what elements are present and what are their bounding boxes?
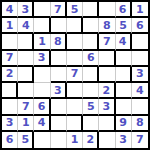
cell-r9c4[interactable]: [51, 132, 67, 148]
cell-r8c3[interactable]: 4: [34, 116, 50, 132]
cell-r9c2[interactable]: 5: [18, 132, 34, 148]
cell-r6c5[interactable]: [67, 83, 83, 99]
cell-r7c5[interactable]: [67, 99, 83, 115]
cell-r5c6[interactable]: [83, 67, 99, 83]
cell-r1c3[interactable]: [34, 2, 50, 18]
cell-r5c2[interactable]: [18, 67, 34, 83]
cell-r6c7[interactable]: 2: [99, 83, 115, 99]
cell-r3c4[interactable]: 8: [51, 34, 67, 50]
cell-r8c7[interactable]: [99, 116, 115, 132]
cell-r5c1[interactable]: 2: [2, 67, 18, 83]
cell-r6c1[interactable]: [2, 83, 18, 99]
cell-r3c6[interactable]: [83, 34, 99, 50]
cell-r1c6[interactable]: [83, 2, 99, 18]
cell-r2c4[interactable]: [51, 18, 67, 34]
cell-r3c8[interactable]: 4: [116, 34, 132, 50]
cell-r6c6[interactable]: [83, 83, 99, 99]
cell-r9c1[interactable]: 6: [2, 132, 18, 148]
cell-r9c9[interactable]: 7: [132, 132, 148, 148]
cell-r9c8[interactable]: 3: [116, 132, 132, 148]
cell-r8c2[interactable]: 1: [18, 116, 34, 132]
cell-r3c7[interactable]: 7: [99, 34, 115, 50]
cell-r4c7[interactable]: [99, 51, 115, 67]
cell-r2c2[interactable]: 4: [18, 18, 34, 34]
cell-r1c4[interactable]: 7: [51, 2, 67, 18]
cell-r1c2[interactable]: 3: [18, 2, 34, 18]
cell-r9c7[interactable]: [99, 132, 115, 148]
cell-r4c5[interactable]: [67, 51, 83, 67]
cell-r5c4[interactable]: [51, 67, 67, 83]
cell-r9c6[interactable]: 2: [83, 132, 99, 148]
cell-r3c5[interactable]: [67, 34, 83, 50]
cell-r1c7[interactable]: [99, 2, 115, 18]
cell-r4c4[interactable]: [51, 51, 67, 67]
cell-r2c6[interactable]: [83, 18, 99, 34]
cell-r5c3[interactable]: [34, 67, 50, 83]
cell-r4c3[interactable]: 3: [34, 51, 50, 67]
cell-r7c8[interactable]: [116, 99, 132, 115]
cell-r4c9[interactable]: [132, 51, 148, 67]
cell-r6c2[interactable]: [18, 83, 34, 99]
cell-r8c1[interactable]: 3: [2, 116, 18, 132]
cell-r5c7[interactable]: [99, 67, 115, 83]
cell-r7c3[interactable]: 6: [34, 99, 50, 115]
cell-r9c3[interactable]: [34, 132, 50, 148]
cell-r7c6[interactable]: 5: [83, 99, 99, 115]
cell-r5c9[interactable]: 3: [132, 67, 148, 83]
cell-r7c1[interactable]: [2, 99, 18, 115]
sudoku-board: 437561148561874736273324765331498651237: [0, 0, 150, 150]
cell-r2c7[interactable]: 8: [99, 18, 115, 34]
cell-r1c1[interactable]: 4: [2, 2, 18, 18]
cell-r4c2[interactable]: [18, 51, 34, 67]
cell-r3c3[interactable]: 1: [34, 34, 50, 50]
cell-r8c6[interactable]: [83, 116, 99, 132]
cell-r7c4[interactable]: [51, 99, 67, 115]
cell-r3c1[interactable]: [2, 34, 18, 50]
cell-r6c8[interactable]: [116, 83, 132, 99]
cell-r2c9[interactable]: 6: [132, 18, 148, 34]
cell-r8c9[interactable]: 8: [132, 116, 148, 132]
cell-r6c3[interactable]: [34, 83, 50, 99]
cell-r3c2[interactable]: [18, 34, 34, 50]
cell-r4c6[interactable]: 6: [83, 51, 99, 67]
cell-r8c4[interactable]: [51, 116, 67, 132]
cell-r7c2[interactable]: 7: [18, 99, 34, 115]
cell-r1c9[interactable]: 1: [132, 2, 148, 18]
cell-r6c4[interactable]: 3: [51, 83, 67, 99]
cell-r3c9[interactable]: [132, 34, 148, 50]
cell-r2c5[interactable]: [67, 18, 83, 34]
cell-r2c8[interactable]: 5: [116, 18, 132, 34]
cell-r7c7[interactable]: 3: [99, 99, 115, 115]
cell-r5c8[interactable]: [116, 67, 132, 83]
cell-r8c8[interactable]: 9: [116, 116, 132, 132]
cell-r1c5[interactable]: 5: [67, 2, 83, 18]
cell-r2c1[interactable]: 1: [2, 18, 18, 34]
cell-r4c1[interactable]: 7: [2, 51, 18, 67]
cell-r9c5[interactable]: 1: [67, 132, 83, 148]
cell-r7c9[interactable]: [132, 99, 148, 115]
cell-r5c5[interactable]: 7: [67, 67, 83, 83]
cell-r4c8[interactable]: [116, 51, 132, 67]
cell-r2c3[interactable]: [34, 18, 50, 34]
cell-r1c8[interactable]: 6: [116, 2, 132, 18]
cell-r8c5[interactable]: [67, 116, 83, 132]
cell-r6c9[interactable]: 4: [132, 83, 148, 99]
